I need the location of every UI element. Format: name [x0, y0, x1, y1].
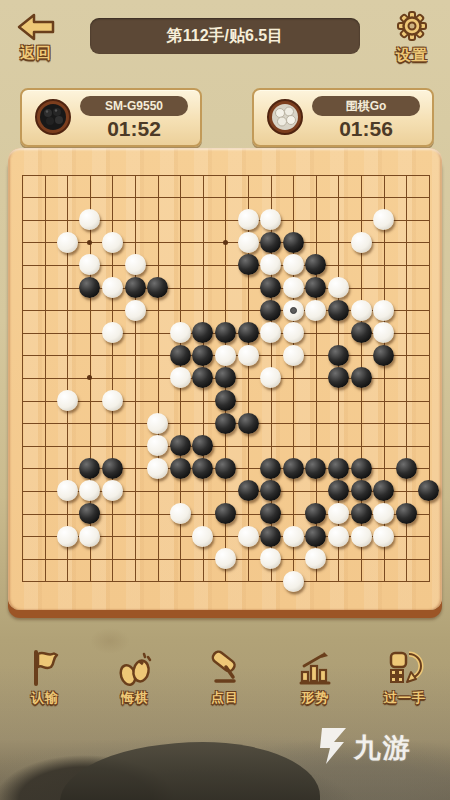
settings-label: 设置 [384, 46, 440, 65]
black-stone [418, 480, 439, 501]
white-stone [57, 526, 78, 547]
white-stone [373, 209, 394, 230]
player-card-white: 围棋Go 01:56 [252, 88, 434, 147]
black-stone [351, 458, 372, 479]
player-clock-black: 01:52 [80, 117, 188, 141]
white-stone [238, 526, 259, 547]
white-stone [147, 413, 168, 434]
white-stone [147, 435, 168, 456]
black-stone [79, 503, 100, 524]
white-stone [102, 322, 123, 343]
black-stone [373, 345, 394, 366]
black-stone [260, 480, 281, 501]
white-stone [57, 390, 78, 411]
black-stone [328, 458, 349, 479]
black-stone [305, 458, 326, 479]
player-name-black: SM-G9550 [80, 96, 188, 116]
undo-stones-icon [90, 648, 180, 688]
count-button[interactable]: 点目 [180, 646, 270, 718]
white-stone [102, 277, 123, 298]
white-stone [79, 526, 100, 547]
black-stone [260, 526, 281, 547]
black-stone [192, 367, 213, 388]
player-card-black: SM-G9550 01:52 [20, 88, 202, 147]
white-stone [260, 322, 281, 343]
black-stone [328, 345, 349, 366]
black-stone [79, 458, 100, 479]
black-stone [170, 345, 191, 366]
white-stone [283, 277, 304, 298]
white-stone [79, 480, 100, 501]
white-stone [238, 345, 259, 366]
ink-mountain-peak [60, 742, 320, 800]
black-stone [328, 480, 349, 501]
back-button[interactable]: 返回 [8, 12, 64, 63]
grid-line-horizontal [22, 581, 430, 582]
black-stone [215, 458, 236, 479]
black-stone [215, 413, 236, 434]
last-move-marker [290, 307, 297, 314]
resign-button[interactable]: 认输 [0, 646, 90, 718]
white-stone [170, 503, 191, 524]
count-gavel-icon [180, 648, 270, 688]
white-stone [170, 322, 191, 343]
star-point [223, 240, 228, 245]
white-stone [283, 571, 304, 592]
white-stone [192, 526, 213, 547]
watermark-text: 九游 [354, 730, 412, 766]
black-stone [102, 458, 123, 479]
bottom-toolbar: 认输 悔棋 点目 [0, 646, 450, 718]
black-stone [283, 458, 304, 479]
white-stone [238, 209, 259, 230]
move-status-bar: 第112手/贴6.5目 [90, 18, 360, 54]
jiuyou-watermark: 九游 [318, 726, 412, 770]
pass-button[interactable]: 过一手 [360, 646, 450, 718]
go-board[interactable] [8, 148, 442, 610]
black-stone [238, 322, 259, 343]
black-stone [328, 300, 349, 321]
white-stone [215, 345, 236, 366]
black-stone [238, 480, 259, 501]
black-stone [215, 390, 236, 411]
white-stone [373, 300, 394, 321]
white-stone [260, 209, 281, 230]
black-stone [328, 367, 349, 388]
pass-arrow-icon [360, 648, 450, 688]
black-stones-bowl-icon [34, 98, 72, 136]
white-stone [102, 232, 123, 253]
black-stone [351, 503, 372, 524]
white-stone [238, 232, 259, 253]
black-stone [79, 277, 100, 298]
back-label: 返回 [8, 44, 64, 63]
white-stone [57, 232, 78, 253]
black-stone [192, 458, 213, 479]
white-stone [305, 300, 326, 321]
white-stone [79, 209, 100, 230]
resign-label: 认输 [31, 690, 59, 705]
white-stone [351, 300, 372, 321]
white-stone [283, 254, 304, 275]
black-stone [147, 277, 168, 298]
white-stone [260, 367, 281, 388]
black-stone [125, 277, 146, 298]
white-stone [102, 390, 123, 411]
player-clock-white: 01:56 [312, 117, 420, 141]
gear-icon [394, 30, 430, 47]
black-stone [215, 367, 236, 388]
pass-label: 过一手 [384, 690, 426, 705]
black-stone [238, 413, 259, 434]
black-stone [260, 232, 281, 253]
white-stone [373, 322, 394, 343]
white-stone [305, 548, 326, 569]
white-stones-bowl-icon [266, 98, 304, 136]
black-stone [260, 458, 281, 479]
black-stone [351, 480, 372, 501]
white-stone [215, 548, 236, 569]
white-stone [328, 526, 349, 547]
white-stone [102, 480, 123, 501]
black-stone [396, 503, 417, 524]
resign-flag-icon [0, 648, 90, 688]
analysis-button[interactable]: 形势 [270, 646, 360, 718]
black-stone [170, 458, 191, 479]
black-stone [351, 367, 372, 388]
undo-button[interactable]: 悔棋 [90, 646, 180, 718]
white-stone [170, 367, 191, 388]
white-stone [328, 503, 349, 524]
black-stone [238, 254, 259, 275]
black-stone [215, 322, 236, 343]
black-stone [305, 526, 326, 547]
black-stone [215, 503, 236, 524]
white-stone [57, 480, 78, 501]
white-stone [125, 254, 146, 275]
star-point [87, 375, 92, 380]
white-stone [260, 254, 281, 275]
white-stone [351, 526, 372, 547]
black-stone [305, 277, 326, 298]
black-stone [260, 300, 281, 321]
white-stone [147, 458, 168, 479]
white-stone [283, 322, 304, 343]
undo-label: 悔棋 [121, 690, 149, 705]
black-stone [305, 254, 326, 275]
white-stone [79, 254, 100, 275]
white-stone [283, 526, 304, 547]
settings-button[interactable]: 设置 [384, 10, 440, 65]
white-stone [351, 232, 372, 253]
trend-chart-icon [270, 648, 360, 688]
white-stone [260, 548, 281, 569]
black-stone [192, 322, 213, 343]
black-stone [283, 232, 304, 253]
black-stone [373, 480, 394, 501]
white-stone [373, 503, 394, 524]
black-stone [351, 322, 372, 343]
grid-line-horizontal [22, 446, 430, 447]
black-stone [192, 435, 213, 456]
white-stone [328, 277, 349, 298]
player-name-white: 围棋Go [312, 96, 420, 116]
white-stone [283, 300, 304, 321]
black-stone [192, 345, 213, 366]
black-stone [305, 503, 326, 524]
jiuyou-logo-icon [318, 726, 348, 770]
white-stone [283, 345, 304, 366]
black-stone [260, 503, 281, 524]
analysis-label: 形势 [301, 690, 329, 705]
count-label: 点目 [211, 690, 239, 705]
black-stone [396, 458, 417, 479]
grid-line-vertical [429, 175, 430, 583]
star-point [87, 240, 92, 245]
white-stone [125, 300, 146, 321]
white-stone [373, 526, 394, 547]
back-arrow-icon [14, 28, 58, 45]
black-stone [170, 435, 191, 456]
black-stone [260, 277, 281, 298]
